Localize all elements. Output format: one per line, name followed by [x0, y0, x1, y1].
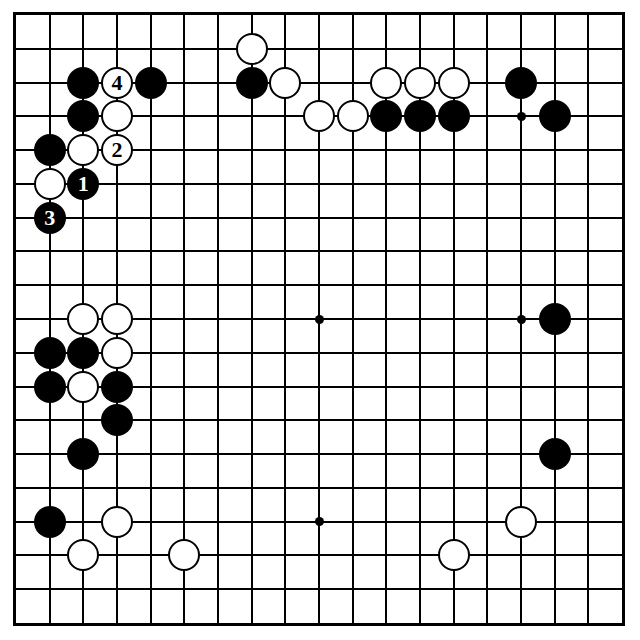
white-stone: 4 — [101, 67, 133, 99]
black-stone — [135, 67, 167, 99]
white-stone — [67, 303, 99, 335]
black-stone — [236, 67, 268, 99]
grid-line-horizontal — [16, 588, 622, 590]
black-stone — [67, 67, 99, 99]
star-point — [517, 315, 526, 324]
black-stone — [101, 404, 133, 436]
black-stone: 3 — [34, 202, 66, 234]
black-stone — [438, 100, 470, 132]
black-stone — [539, 100, 571, 132]
white-stone — [67, 539, 99, 571]
white-stone — [67, 134, 99, 166]
white-stone — [34, 168, 66, 200]
black-stone — [67, 438, 99, 470]
black-stone: 1 — [67, 168, 99, 200]
white-stone — [404, 67, 436, 99]
white-stone — [236, 33, 268, 65]
black-stone — [34, 371, 66, 403]
white-stone — [168, 539, 200, 571]
black-stone — [101, 371, 133, 403]
white-stone — [370, 67, 402, 99]
white-stone — [505, 506, 537, 538]
white-stone — [337, 100, 369, 132]
star-point — [315, 315, 324, 324]
black-stone — [34, 506, 66, 538]
black-stone — [404, 100, 436, 132]
white-stone — [269, 67, 301, 99]
black-stone — [505, 67, 537, 99]
go-diagram: 1342 — [0, 0, 640, 640]
black-stone — [539, 303, 571, 335]
white-stone — [438, 67, 470, 99]
grid-line-vertical — [486, 15, 488, 623]
black-stone — [370, 100, 402, 132]
black-stone — [67, 100, 99, 132]
move-number-label: 4 — [112, 72, 123, 94]
white-stone: 2 — [101, 134, 133, 166]
white-stone — [67, 371, 99, 403]
grid-line-vertical — [587, 15, 589, 623]
black-stone — [539, 438, 571, 470]
black-stone — [34, 337, 66, 369]
move-number-label: 2 — [112, 139, 123, 161]
black-stone — [34, 134, 66, 166]
go-board: 1342 — [13, 12, 625, 626]
grid-line-horizontal — [16, 453, 622, 455]
white-stone — [438, 539, 470, 571]
star-point — [315, 517, 324, 526]
white-stone — [101, 506, 133, 538]
black-stone — [67, 337, 99, 369]
star-point — [517, 112, 526, 121]
move-number-label: 1 — [78, 173, 89, 195]
white-stone — [101, 303, 133, 335]
white-stone — [101, 337, 133, 369]
grid-line-horizontal — [16, 554, 622, 556]
white-stone — [101, 100, 133, 132]
move-number-label: 3 — [44, 207, 55, 229]
grid-line-horizontal — [16, 487, 622, 489]
white-stone — [303, 100, 335, 132]
